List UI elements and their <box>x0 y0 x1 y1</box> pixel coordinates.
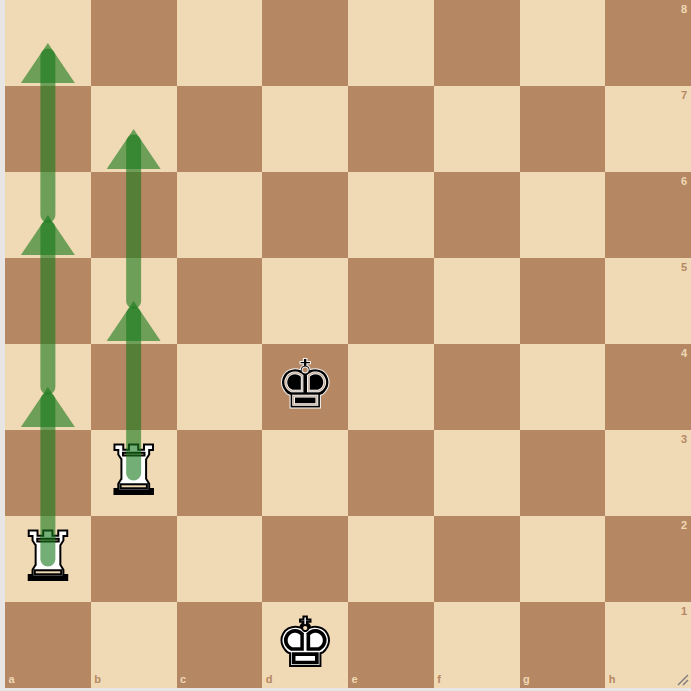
square-c8[interactable] <box>177 0 263 86</box>
square-a5[interactable] <box>5 258 91 344</box>
square-b6[interactable] <box>91 172 177 258</box>
square-g1[interactable] <box>520 602 606 688</box>
chess-board[interactable]: abcdefgh12345678♜♜♚♚ <box>5 0 691 688</box>
square-b7[interactable] <box>91 86 177 172</box>
square-h5[interactable] <box>605 258 691 344</box>
rank-label-4: 4 <box>681 348 687 359</box>
square-c6[interactable] <box>177 172 263 258</box>
square-e1[interactable] <box>348 602 434 688</box>
file-label-c: c <box>180 674 186 685</box>
file-label-f: f <box>437 674 441 685</box>
square-f8[interactable] <box>434 0 520 86</box>
square-d8[interactable] <box>262 0 348 86</box>
square-g8[interactable] <box>520 0 606 86</box>
square-b1[interactable] <box>91 602 177 688</box>
square-f1[interactable] <box>434 602 520 688</box>
square-a1[interactable] <box>5 602 91 688</box>
square-f3[interactable] <box>434 430 520 516</box>
rank-label-5: 5 <box>681 262 687 273</box>
rank-label-8: 8 <box>681 4 687 15</box>
square-e7[interactable] <box>348 86 434 172</box>
square-f5[interactable] <box>434 258 520 344</box>
square-g3[interactable] <box>520 430 606 516</box>
file-label-b: b <box>94 674 101 685</box>
square-g4[interactable] <box>520 344 606 430</box>
square-e5[interactable] <box>348 258 434 344</box>
rank-label-6: 6 <box>681 176 687 187</box>
rank-label-3: 3 <box>681 434 687 445</box>
rank-label-2: 2 <box>681 520 687 531</box>
square-d2[interactable] <box>262 516 348 602</box>
square-b4[interactable] <box>91 344 177 430</box>
square-h2[interactable] <box>605 516 691 602</box>
piece-white-rook-b3[interactable]: ♜ <box>91 428 177 514</box>
square-b5[interactable] <box>91 258 177 344</box>
square-f2[interactable] <box>434 516 520 602</box>
square-e8[interactable] <box>348 0 434 86</box>
square-h7[interactable] <box>605 86 691 172</box>
square-e4[interactable] <box>348 344 434 430</box>
square-h8[interactable] <box>605 0 691 86</box>
square-c1[interactable] <box>177 602 263 688</box>
square-d6[interactable] <box>262 172 348 258</box>
square-h3[interactable] <box>605 430 691 516</box>
board-resize-handle-icon[interactable] <box>675 672 690 687</box>
square-c7[interactable] <box>177 86 263 172</box>
page-background: abcdefgh12345678♜♜♚♚ <box>0 0 691 691</box>
square-g7[interactable] <box>520 86 606 172</box>
square-h4[interactable] <box>605 344 691 430</box>
square-d3[interactable] <box>262 430 348 516</box>
square-f6[interactable] <box>434 172 520 258</box>
square-e3[interactable] <box>348 430 434 516</box>
square-h6[interactable] <box>605 172 691 258</box>
square-d5[interactable] <box>262 258 348 344</box>
square-e2[interactable] <box>348 516 434 602</box>
square-a6[interactable] <box>5 172 91 258</box>
file-label-h: h <box>609 674 616 685</box>
square-e6[interactable] <box>348 172 434 258</box>
square-c5[interactable] <box>177 258 263 344</box>
square-f7[interactable] <box>434 86 520 172</box>
square-a4[interactable] <box>5 344 91 430</box>
square-a3[interactable] <box>5 430 91 516</box>
square-g5[interactable] <box>520 258 606 344</box>
piece-white-rook-a2[interactable]: ♜ <box>5 514 91 600</box>
square-a8[interactable] <box>5 0 91 86</box>
square-c3[interactable] <box>177 430 263 516</box>
square-c2[interactable] <box>177 516 263 602</box>
piece-white-king-d1[interactable]: ♚ <box>262 600 348 686</box>
square-c4[interactable] <box>177 344 263 430</box>
square-b2[interactable] <box>91 516 177 602</box>
rank-label-7: 7 <box>681 90 687 101</box>
square-g6[interactable] <box>520 172 606 258</box>
file-label-e: e <box>352 674 358 685</box>
square-a7[interactable] <box>5 86 91 172</box>
square-b8[interactable] <box>91 0 177 86</box>
file-label-g: g <box>523 674 530 685</box>
piece-black-king-d4[interactable]: ♚ <box>262 342 348 428</box>
square-g2[interactable] <box>520 516 606 602</box>
file-label-a: a <box>9 674 15 685</box>
square-d7[interactable] <box>262 86 348 172</box>
rank-label-1: 1 <box>681 606 687 617</box>
square-f4[interactable] <box>434 344 520 430</box>
